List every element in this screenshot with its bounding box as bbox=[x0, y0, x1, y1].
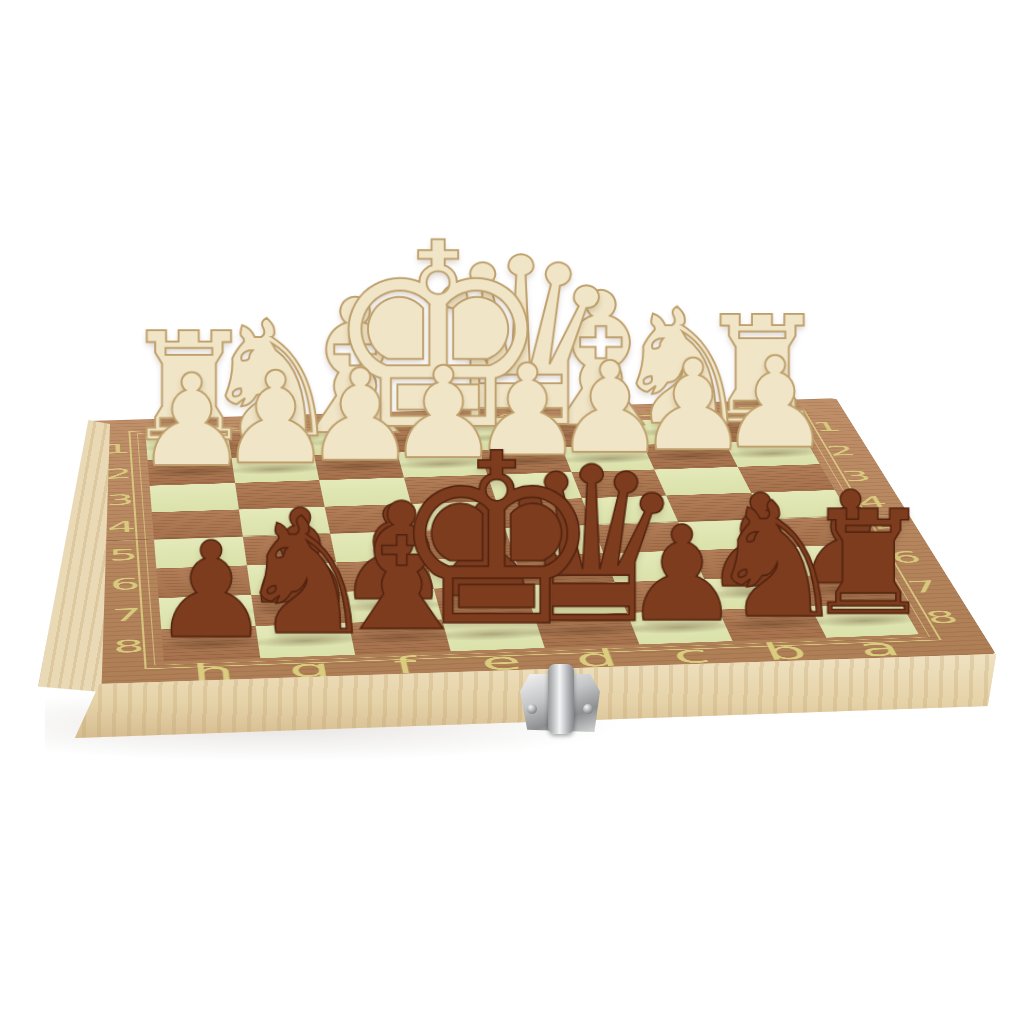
square-h2 bbox=[148, 458, 235, 486]
clasp-knob bbox=[548, 664, 574, 734]
chess-board: hgfedcba hgfedcba 12345678 12345678 ♜♞♝♚… bbox=[89, 398, 996, 687]
square-g2 bbox=[231, 455, 319, 483]
square-a1 bbox=[712, 416, 806, 442]
clasp-screw-left bbox=[527, 704, 537, 714]
clasp-screw-right bbox=[583, 704, 593, 714]
metal-clasp-icon bbox=[517, 664, 603, 750]
chess-set-photo: hgfedcba hgfedcba 12345678 12345678 ♜♞♝♚… bbox=[0, 0, 1024, 1024]
square-g1 bbox=[227, 431, 314, 458]
square-h1 bbox=[146, 433, 231, 460]
